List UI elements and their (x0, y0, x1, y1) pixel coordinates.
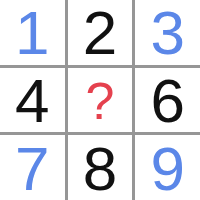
puzzle-board: 1 2 3 4 ? 6 7 8 9 (0, 0, 200, 200)
cell-r0c1[interactable]: 2 (68, 0, 133, 65)
cell-value: 2 (83, 0, 117, 64)
cell-value: 7 (15, 136, 49, 200)
cell-value: 8 (83, 136, 117, 200)
number-grid: 1 2 3 4 ? 6 7 8 9 (0, 0, 200, 200)
cell-value: 6 (150, 68, 184, 132)
cell-value: 4 (15, 68, 49, 132)
missing-number-question-mark: ? (86, 73, 115, 127)
cell-r0c2[interactable]: 3 (135, 0, 200, 65)
cell-r1c0[interactable]: 4 (0, 68, 65, 133)
cell-r1c1-unknown[interactable]: ? (68, 68, 133, 133)
cell-r0c0[interactable]: 1 (0, 0, 65, 65)
cell-value: 1 (15, 0, 49, 64)
cell-value: 3 (150, 0, 184, 64)
cell-r2c0[interactable]: 7 (0, 135, 65, 200)
cell-r2c2[interactable]: 9 (135, 135, 200, 200)
cell-r2c1[interactable]: 8 (68, 135, 133, 200)
cell-value: 9 (150, 136, 184, 200)
cell-r1c2[interactable]: 6 (135, 68, 200, 133)
